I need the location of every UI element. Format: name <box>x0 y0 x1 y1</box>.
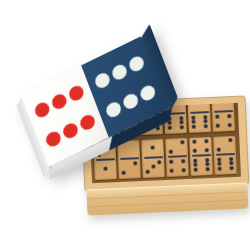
tile-pip <box>180 121 184 125</box>
tile-pip <box>192 139 196 143</box>
tile-pip <box>103 167 107 171</box>
lid-pip <box>121 91 140 111</box>
dominoes-set-photo <box>0 0 250 250</box>
lid-pip <box>104 100 123 120</box>
tile-pip <box>204 115 208 119</box>
domino-tile-1-4 <box>211 103 235 132</box>
domino-tile-1-6 <box>187 103 211 133</box>
tile-pip <box>205 148 209 152</box>
tile-half-1 <box>94 160 117 178</box>
tile-pip <box>182 168 186 172</box>
tile-pip <box>191 116 195 120</box>
tile-pip <box>229 138 233 142</box>
tile-pip <box>181 140 185 144</box>
tile-pip <box>215 124 219 128</box>
lid-pip <box>61 121 80 141</box>
tile-pip <box>169 169 173 173</box>
lid-pip <box>93 71 112 91</box>
tile-pip <box>193 163 197 167</box>
tile-pip <box>167 126 171 130</box>
tile-pip <box>206 167 210 171</box>
tile-pip <box>204 124 208 128</box>
tile-pip <box>134 161 138 165</box>
wood-grain-line <box>87 191 248 199</box>
tile-pip <box>217 167 221 171</box>
tile-pip <box>158 160 162 164</box>
tile-pip <box>121 171 125 175</box>
tile-pip <box>215 114 219 118</box>
tile-pip <box>193 168 197 172</box>
domino-tile-2-4 <box>165 138 189 177</box>
tile-pip <box>205 139 209 143</box>
tile-half-2 <box>118 159 141 177</box>
tile-pip <box>180 116 184 120</box>
tile-pip <box>180 125 184 129</box>
lid-pip <box>110 63 129 83</box>
tile-half-2 <box>165 138 188 156</box>
tile-pip <box>169 160 173 164</box>
lid-pip <box>78 112 97 132</box>
lid-pip <box>138 83 157 103</box>
lid-pip <box>67 84 86 104</box>
domino-tile-1-3 <box>141 139 165 178</box>
tile-half-3 <box>142 158 165 176</box>
tile-half-4 <box>189 137 212 155</box>
domino-tile-0-2 <box>117 140 141 179</box>
tile-pip <box>205 158 209 162</box>
lid-pip <box>44 129 63 149</box>
tile-pip <box>191 120 195 124</box>
tile-half-4 <box>166 157 189 175</box>
tile-pip <box>191 125 195 129</box>
tile-pip <box>168 150 172 154</box>
tile-pip <box>217 157 221 161</box>
tile-pip <box>228 114 232 118</box>
tile-pip <box>193 158 197 162</box>
tile-half-6 <box>214 155 237 173</box>
domino-tile-4-6 <box>189 137 213 176</box>
tile-pip <box>204 120 208 124</box>
tile-half-1 <box>141 139 164 157</box>
tile-pip <box>217 162 221 166</box>
tile-half-2 <box>213 136 236 154</box>
box-front-panel <box>86 182 248 215</box>
domino-tile-2-6 <box>213 136 237 175</box>
lid-pip <box>50 92 69 112</box>
tile-half-4 <box>212 112 235 130</box>
lid-pip <box>33 100 52 120</box>
tile-pip <box>181 159 185 163</box>
tile-pip <box>216 148 220 152</box>
tile-pip <box>206 163 210 167</box>
tile-pip <box>151 146 155 150</box>
tile-pip <box>230 166 234 170</box>
tile-pip <box>145 170 149 174</box>
tile-half-6 <box>188 113 211 131</box>
tile-pip <box>192 149 196 153</box>
tile-pip <box>228 123 232 127</box>
tile-pip <box>229 157 233 161</box>
lid-pip <box>127 54 146 74</box>
tile-pip <box>230 162 234 166</box>
wood-grain-line <box>87 199 248 207</box>
tile-half-6 <box>190 156 213 174</box>
tile-pip <box>151 165 155 169</box>
